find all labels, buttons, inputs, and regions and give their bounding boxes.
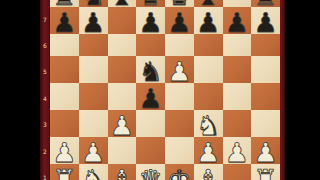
square-c7[interactable] (108, 7, 137, 34)
square-g7[interactable]: ♟ (223, 7, 252, 34)
square-h1[interactable]: ♜ (251, 164, 280, 180)
black-pawn-e7[interactable]: ♟ (167, 9, 191, 36)
square-c1[interactable]: ♝ (108, 164, 137, 180)
rank-label-2: 2 (40, 149, 50, 155)
square-d5[interactable]: ♞ (136, 56, 165, 83)
rank-label-4: 4 (40, 96, 50, 102)
square-e5[interactable]: ♟ (165, 56, 194, 83)
square-e7[interactable]: ♟ (165, 7, 194, 34)
white-pawn-f2[interactable]: ♟ (196, 139, 220, 166)
square-b3[interactable] (79, 110, 108, 137)
square-c5[interactable] (108, 56, 137, 83)
square-g4[interactable] (223, 83, 252, 110)
square-e1[interactable]: ♚ (165, 164, 194, 180)
square-a2[interactable]: ♟ (50, 137, 79, 164)
square-c6[interactable] (108, 34, 137, 56)
square-b1[interactable]: ♞ (79, 164, 108, 180)
square-a1[interactable]: ♜ (50, 164, 79, 180)
square-c2[interactable] (108, 137, 137, 164)
square-g3[interactable] (223, 110, 252, 137)
white-bishop-f1[interactable]: ♝ (196, 166, 220, 180)
square-a5[interactable] (50, 56, 79, 83)
square-e4[interactable] (165, 83, 194, 110)
black-pawn-d4[interactable]: ♟ (139, 85, 163, 112)
board-border-right (280, 0, 285, 180)
white-pawn-a2[interactable]: ♟ (52, 139, 76, 166)
rank-label-5: 5 (40, 69, 50, 75)
square-a4[interactable] (50, 83, 79, 110)
square-f3[interactable]: ♞ (194, 110, 223, 137)
black-knight-d5[interactable]: ♞ (139, 58, 163, 85)
video-frame: 87654321 ♜♞♝♛♚♝♜♟♟♟♟♟♟♟♞♟♟♟♞♟♟♟♟♟♜♞♝♛♚♝♜ (0, 0, 320, 180)
square-d1[interactable]: ♛ (136, 164, 165, 180)
board-border-left: 87654321 (40, 0, 50, 180)
rank-label-7: 7 (40, 17, 50, 23)
square-f5[interactable] (194, 56, 223, 83)
white-knight-f3[interactable]: ♞ (196, 112, 220, 139)
square-h2[interactable]: ♟ (251, 137, 280, 164)
rank-label-6: 6 (40, 43, 50, 49)
square-d4[interactable]: ♟ (136, 83, 165, 110)
square-f7[interactable]: ♟ (194, 7, 223, 34)
square-b4[interactable] (79, 83, 108, 110)
white-pawn-c3[interactable]: ♟ (110, 112, 134, 139)
rank-label-3: 3 (40, 122, 50, 128)
black-pawn-b7[interactable]: ♟ (81, 9, 105, 36)
white-pawn-e5[interactable]: ♟ (167, 58, 191, 85)
black-pawn-h7[interactable]: ♟ (254, 9, 278, 36)
white-knight-b1[interactable]: ♞ (81, 166, 105, 180)
white-queen-d1[interactable]: ♛ (139, 166, 163, 180)
white-rook-h1[interactable]: ♜ (254, 166, 278, 180)
board-grid: ♜♞♝♛♚♝♜♟♟♟♟♟♟♟♞♟♟♟♞♟♟♟♟♟♜♞♝♛♚♝♜ (50, 0, 280, 180)
rank-label-1: 1 (40, 175, 50, 180)
square-f2[interactable]: ♟ (194, 137, 223, 164)
square-f4[interactable] (194, 83, 223, 110)
white-king-e1[interactable]: ♚ (167, 166, 191, 180)
square-e2[interactable] (165, 137, 194, 164)
square-d3[interactable] (136, 110, 165, 137)
square-a3[interactable] (50, 110, 79, 137)
white-pawn-g2[interactable]: ♟ (225, 139, 249, 166)
square-a7[interactable]: ♟ (50, 7, 79, 34)
square-b7[interactable]: ♟ (79, 7, 108, 34)
square-h3[interactable] (251, 110, 280, 137)
square-b2[interactable]: ♟ (79, 137, 108, 164)
square-h7[interactable]: ♟ (251, 7, 280, 34)
square-c8[interactable]: ♝ (108, 0, 137, 7)
black-pawn-a7[interactable]: ♟ (52, 9, 76, 36)
black-pawn-g7[interactable]: ♟ (225, 9, 249, 36)
square-h5[interactable] (251, 56, 280, 83)
white-pawn-h2[interactable]: ♟ (254, 139, 278, 166)
square-c3[interactable]: ♟ (108, 110, 137, 137)
black-pawn-d7[interactable]: ♟ (139, 9, 163, 36)
black-bishop-c8[interactable]: ♝ (110, 0, 134, 9)
square-b5[interactable] (79, 56, 108, 83)
square-g2[interactable]: ♟ (223, 137, 252, 164)
square-e3[interactable] (165, 110, 194, 137)
square-h4[interactable] (251, 83, 280, 110)
chess-board: 87654321 ♜♞♝♛♚♝♜♟♟♟♟♟♟♟♞♟♟♟♞♟♟♟♟♟♜♞♝♛♚♝♜ (40, 0, 285, 180)
white-rook-a1[interactable]: ♜ (52, 166, 76, 180)
square-d2[interactable] (136, 137, 165, 164)
black-pawn-f7[interactable]: ♟ (196, 9, 220, 36)
white-pawn-b2[interactable]: ♟ (81, 139, 105, 166)
square-c4[interactable] (108, 83, 137, 110)
square-d7[interactable]: ♟ (136, 7, 165, 34)
white-bishop-c1[interactable]: ♝ (110, 166, 134, 180)
square-f1[interactable]: ♝ (194, 164, 223, 180)
square-g5[interactable] (223, 56, 252, 83)
